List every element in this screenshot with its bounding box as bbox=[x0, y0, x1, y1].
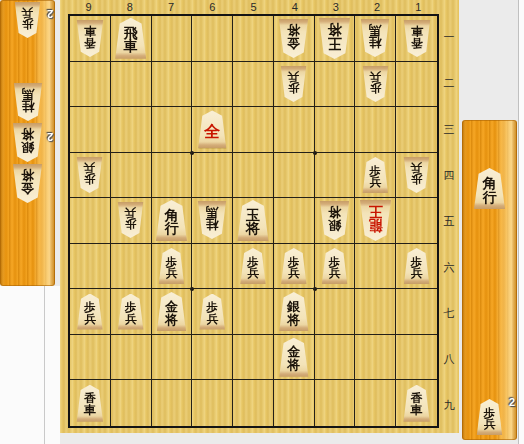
piece-5f[interactable]: 歩兵 bbox=[239, 248, 266, 284]
cell-3h[interactable] bbox=[315, 335, 356, 381]
piece-kanji: 兵 bbox=[288, 268, 300, 279]
piece-kanji: 金 bbox=[287, 36, 300, 49]
cell-2f[interactable] bbox=[355, 244, 396, 290]
cell-4h[interactable]: 金将 bbox=[274, 335, 315, 381]
cell-3e[interactable]: 銀将 bbox=[315, 198, 356, 244]
piece-kanji: 歩 bbox=[22, 18, 34, 29]
piece-2b[interactable]: 歩兵 bbox=[362, 66, 389, 102]
cell-2g[interactable] bbox=[355, 289, 396, 335]
piece-2a[interactable]: 桂馬 bbox=[360, 19, 390, 57]
cell-6d[interactable] bbox=[192, 153, 233, 199]
piece-4f[interactable]: 歩兵 bbox=[280, 248, 307, 284]
cell-1f[interactable]: 歩兵 bbox=[396, 244, 437, 290]
sente-hand-slot-角行: 角行 bbox=[462, 166, 517, 212]
piece-kanji: 兵 bbox=[411, 162, 423, 173]
piece-kanji: 車 bbox=[411, 405, 423, 417]
rank-label-4: 四 bbox=[439, 152, 459, 198]
sente-hand-slot-銀将 bbox=[462, 257, 517, 303]
piece-8g[interactable]: 歩兵 bbox=[117, 294, 144, 330]
cell-8c[interactable] bbox=[111, 107, 152, 153]
gote-hand-slot-桂馬: 桂馬 bbox=[0, 82, 55, 123]
hand-count: 2 bbox=[509, 396, 515, 408]
cell-9f[interactable] bbox=[70, 244, 111, 290]
piece-kanji: 馬 bbox=[369, 24, 382, 36]
gote-captured-tray: 歩兵2桂馬銀将2金将 bbox=[0, 0, 55, 286]
piece-4g[interactable]: 銀将 bbox=[278, 292, 309, 331]
piece-9a[interactable]: 香車 bbox=[76, 20, 104, 57]
piece-1i[interactable]: 香車 bbox=[403, 385, 431, 422]
cell-6h[interactable] bbox=[192, 335, 233, 381]
piece-gote-hand-桂馬[interactable]: 桂馬 bbox=[13, 83, 43, 121]
sente-captured-tray: 角行歩兵2 bbox=[462, 120, 517, 440]
cell-3c[interactable] bbox=[315, 107, 356, 153]
cell-1i[interactable]: 香車 bbox=[396, 380, 437, 426]
piece-kanji: 将 bbox=[287, 359, 300, 372]
cell-7i[interactable] bbox=[152, 380, 193, 426]
cell-1g[interactable] bbox=[396, 289, 437, 335]
piece-1f[interactable]: 歩兵 bbox=[403, 248, 430, 284]
cell-5a[interactable] bbox=[233, 16, 274, 62]
cell-5h[interactable] bbox=[233, 335, 274, 381]
cell-2d[interactable]: 歩兵 bbox=[355, 153, 396, 199]
cell-7c[interactable] bbox=[152, 107, 193, 153]
piece-kanji: 兵 bbox=[166, 268, 178, 279]
cell-2e[interactable]: 龍王 bbox=[355, 198, 396, 244]
file-label-5: 5 bbox=[233, 0, 274, 14]
piece-kanji: 兵 bbox=[22, 7, 34, 18]
rank-label-7: 七 bbox=[439, 290, 459, 336]
piece-kanji: 桂 bbox=[206, 218, 219, 230]
piece-kanji: 兵 bbox=[125, 314, 137, 325]
cell-8d[interactable] bbox=[111, 153, 152, 199]
piece-8a[interactable]: 飛車 bbox=[114, 18, 147, 59]
piece-kanji: 将 bbox=[165, 314, 178, 327]
piece-1a[interactable]: 香車 bbox=[403, 20, 431, 57]
piece-kanji: 兵 bbox=[84, 162, 96, 173]
cell-8f[interactable] bbox=[111, 244, 152, 290]
cell-4i[interactable] bbox=[274, 380, 315, 426]
piece-kanji: 兵 bbox=[288, 71, 300, 82]
cell-1b[interactable] bbox=[396, 62, 437, 108]
cell-3b[interactable] bbox=[315, 62, 356, 108]
cell-4b[interactable]: 歩兵 bbox=[274, 62, 315, 108]
cell-5e[interactable]: 玉将 bbox=[233, 198, 274, 244]
piece-kanji: 将 bbox=[246, 222, 260, 236]
rank-label-1: 一 bbox=[439, 14, 459, 60]
piece-gote-hand-歩兵[interactable]: 歩兵 bbox=[14, 2, 41, 38]
cell-8e[interactable]: 歩兵 bbox=[111, 198, 152, 244]
cell-9c[interactable] bbox=[70, 107, 111, 153]
rank-label-3: 三 bbox=[439, 106, 459, 152]
piece-kanji: 車 bbox=[124, 40, 138, 54]
file-labels: 987654321 bbox=[68, 0, 439, 14]
piece-kanji: 車 bbox=[84, 25, 96, 37]
hand-count: 2 bbox=[47, 131, 53, 143]
cell-6a[interactable] bbox=[192, 16, 233, 62]
piece-kanji: 龍 bbox=[368, 218, 382, 232]
piece-kanji: 将 bbox=[328, 23, 342, 37]
cell-4e[interactable] bbox=[274, 198, 315, 244]
cell-8i[interactable] bbox=[111, 380, 152, 426]
cell-9e[interactable] bbox=[70, 198, 111, 244]
piece-6c[interactable]: 全 bbox=[197, 110, 227, 148]
cell-1a[interactable]: 香車 bbox=[396, 16, 437, 62]
piece-3a[interactable]: 王将 bbox=[318, 18, 351, 59]
cell-1h[interactable] bbox=[396, 335, 437, 381]
piece-4a[interactable]: 金将 bbox=[278, 19, 309, 58]
frame-divider-line bbox=[44, 286, 45, 444]
piece-kanji: 桂 bbox=[369, 36, 382, 48]
cell-8h[interactable] bbox=[111, 335, 152, 381]
sente-hand-slot-香車 bbox=[462, 349, 517, 395]
cell-3a[interactable]: 王将 bbox=[315, 16, 356, 62]
gote-hand-slot-飛車 bbox=[0, 245, 55, 286]
page-background-right bbox=[518, 0, 524, 444]
cell-5c[interactable] bbox=[233, 107, 274, 153]
cell-4g[interactable]: 銀将 bbox=[274, 289, 315, 335]
file-label-2: 2 bbox=[357, 0, 398, 14]
piece-sente-hand-角行[interactable]: 角行 bbox=[473, 168, 506, 209]
cell-4c[interactable] bbox=[274, 107, 315, 153]
piece-kanji: 将 bbox=[21, 169, 34, 182]
cell-9h[interactable] bbox=[70, 335, 111, 381]
piece-kanji: 兵 bbox=[370, 177, 382, 188]
cell-4d[interactable] bbox=[274, 153, 315, 199]
cell-9b[interactable] bbox=[70, 62, 111, 108]
cell-7b[interactable] bbox=[152, 62, 193, 108]
board-grid: 香車飛車金将王将桂馬香車歩兵歩兵全歩兵歩兵歩兵歩兵角行桂馬玉将銀将龍王歩兵歩兵歩… bbox=[68, 14, 439, 428]
piece-kanji: 行 bbox=[164, 222, 178, 236]
piece-9d[interactable]: 歩兵 bbox=[76, 157, 103, 193]
cell-1c[interactable] bbox=[396, 107, 437, 153]
piece-kanji: 歩 bbox=[125, 218, 137, 229]
gote-hand-slot-角行 bbox=[0, 204, 55, 245]
piece-kanji: 全 bbox=[204, 124, 220, 140]
piece-kanji: 王 bbox=[328, 36, 342, 50]
cell-8g[interactable]: 歩兵 bbox=[111, 289, 152, 335]
piece-kanji: 兵 bbox=[329, 268, 341, 279]
cell-8a[interactable]: 飛車 bbox=[111, 16, 152, 62]
piece-kanji: 馬 bbox=[206, 206, 219, 218]
cell-7d[interactable] bbox=[152, 153, 193, 199]
piece-kanji: 王 bbox=[368, 205, 382, 219]
cell-2b[interactable]: 歩兵 bbox=[355, 62, 396, 108]
piece-kanji: 銀 bbox=[328, 218, 341, 231]
sente-hand-slot-歩兵: 歩兵2 bbox=[462, 394, 517, 440]
gote-hand-slot-金将: 金将 bbox=[0, 163, 55, 204]
cell-9d[interactable]: 歩兵 bbox=[70, 153, 111, 199]
cell-7a[interactable] bbox=[152, 16, 193, 62]
piece-3e[interactable]: 銀将 bbox=[319, 201, 350, 240]
piece-kanji: 将 bbox=[21, 128, 34, 141]
cell-2i[interactable] bbox=[355, 380, 396, 426]
rank-label-2: 二 bbox=[439, 60, 459, 106]
gote-hand-slot-歩兵: 歩兵2 bbox=[0, 0, 55, 41]
cell-3i[interactable] bbox=[315, 380, 356, 426]
piece-kanji: 将 bbox=[287, 314, 300, 327]
cell-7h[interactable] bbox=[152, 335, 193, 381]
piece-kanji: 将 bbox=[287, 24, 300, 37]
cell-6e[interactable]: 桂馬 bbox=[192, 198, 233, 244]
file-label-1: 1 bbox=[398, 0, 439, 14]
cell-2a[interactable]: 桂馬 bbox=[355, 16, 396, 62]
cell-2h[interactable] bbox=[355, 335, 396, 381]
cell-3f[interactable]: 歩兵 bbox=[315, 244, 356, 290]
cell-6c[interactable]: 全 bbox=[192, 107, 233, 153]
sente-hand-slot-金将 bbox=[462, 211, 517, 257]
piece-2d[interactable]: 歩兵 bbox=[362, 157, 389, 193]
cell-1d[interactable]: 歩兵 bbox=[396, 153, 437, 199]
cell-5b[interactable] bbox=[233, 62, 274, 108]
piece-gote-hand-金将[interactable]: 金将 bbox=[12, 164, 43, 203]
cell-7e[interactable]: 角行 bbox=[152, 198, 193, 244]
cell-5i[interactable] bbox=[233, 380, 274, 426]
piece-kanji: 行 bbox=[483, 191, 497, 205]
cell-5f[interactable]: 歩兵 bbox=[233, 244, 274, 290]
piece-1d[interactable]: 歩兵 bbox=[403, 157, 430, 193]
piece-kanji: 香 bbox=[411, 36, 423, 48]
cell-9g[interactable]: 歩兵 bbox=[70, 289, 111, 335]
piece-kanji: 香 bbox=[84, 36, 96, 48]
piece-kanji: 兵 bbox=[484, 419, 496, 430]
hand-count: 2 bbox=[47, 8, 53, 20]
file-label-4: 4 bbox=[274, 0, 315, 14]
cell-2c[interactable] bbox=[355, 107, 396, 153]
rank-label-9: 九 bbox=[439, 382, 459, 428]
piece-2e[interactable]: 龍王 bbox=[359, 200, 392, 241]
shogi-board-panel: 987654321 一二三四五六七八九 香車飛車金将王将桂馬香車歩兵歩兵全歩兵歩… bbox=[60, 0, 459, 433]
cell-6b[interactable] bbox=[192, 62, 233, 108]
file-label-3: 3 bbox=[315, 0, 356, 14]
cell-5d[interactable] bbox=[233, 153, 274, 199]
piece-kanji: 将 bbox=[328, 206, 341, 219]
piece-7g[interactable]: 金将 bbox=[156, 292, 187, 331]
file-label-9: 9 bbox=[68, 0, 109, 14]
piece-4h[interactable]: 金将 bbox=[278, 338, 309, 377]
sente-hand-slot-桂馬 bbox=[462, 303, 517, 349]
cell-6f[interactable] bbox=[192, 244, 233, 290]
piece-kanji: 兵 bbox=[411, 268, 423, 279]
piece-sente-hand-歩兵[interactable]: 歩兵 bbox=[476, 399, 503, 435]
piece-9g[interactable]: 歩兵 bbox=[76, 294, 103, 330]
cell-7g[interactable]: 金将 bbox=[152, 289, 193, 335]
cell-4a[interactable]: 金将 bbox=[274, 16, 315, 62]
piece-kanji: 兵 bbox=[370, 71, 382, 82]
cell-7f[interactable]: 歩兵 bbox=[152, 244, 193, 290]
sente-hand-slot-飛車 bbox=[462, 120, 517, 166]
file-label-6: 6 bbox=[192, 0, 233, 14]
piece-kanji: 銀 bbox=[21, 141, 34, 154]
rank-labels: 一二三四五六七八九 bbox=[439, 14, 459, 428]
cell-3g[interactable] bbox=[315, 289, 356, 335]
piece-8e[interactable]: 歩兵 bbox=[117, 202, 144, 238]
piece-kanji: 車 bbox=[84, 405, 96, 417]
cell-9a[interactable]: 香車 bbox=[70, 16, 111, 62]
piece-5e[interactable]: 玉将 bbox=[236, 200, 269, 241]
cell-3d[interactable] bbox=[315, 153, 356, 199]
cell-8b[interactable] bbox=[111, 62, 152, 108]
piece-9i[interactable]: 香車 bbox=[76, 385, 104, 422]
rank-label-6: 六 bbox=[439, 244, 459, 290]
piece-kanji: 兵 bbox=[125, 207, 137, 218]
cell-1e[interactable] bbox=[396, 198, 437, 244]
gote-hand-slot-香車 bbox=[0, 41, 55, 82]
piece-6e[interactable]: 桂馬 bbox=[197, 201, 227, 239]
gote-hand-slot-銀将: 銀将2 bbox=[0, 123, 55, 164]
page-background-left bbox=[0, 286, 60, 444]
cell-5g[interactable] bbox=[233, 289, 274, 335]
piece-kanji: 兵 bbox=[84, 314, 96, 325]
file-label-8: 8 bbox=[109, 0, 150, 14]
rank-label-8: 八 bbox=[439, 336, 459, 382]
file-label-7: 7 bbox=[150, 0, 191, 14]
piece-kanji: 車 bbox=[411, 25, 423, 37]
piece-kanji: 馬 bbox=[21, 88, 34, 100]
piece-6g[interactable]: 歩兵 bbox=[199, 294, 226, 330]
piece-kanji: 金 bbox=[21, 182, 34, 195]
piece-kanji: 兵 bbox=[206, 314, 218, 325]
rank-label-5: 五 bbox=[439, 198, 459, 244]
cell-9i[interactable]: 香車 bbox=[70, 380, 111, 426]
piece-kanji: 兵 bbox=[247, 268, 259, 279]
piece-7e[interactable]: 角行 bbox=[155, 200, 188, 241]
piece-3f[interactable]: 歩兵 bbox=[321, 248, 348, 284]
cell-6i[interactable] bbox=[192, 380, 233, 426]
piece-7f[interactable]: 歩兵 bbox=[158, 248, 185, 284]
cell-4f[interactable]: 歩兵 bbox=[274, 244, 315, 290]
piece-4b[interactable]: 歩兵 bbox=[280, 66, 307, 102]
cell-6g[interactable]: 歩兵 bbox=[192, 289, 233, 335]
piece-gote-hand-銀将[interactable]: 銀将 bbox=[12, 123, 43, 162]
